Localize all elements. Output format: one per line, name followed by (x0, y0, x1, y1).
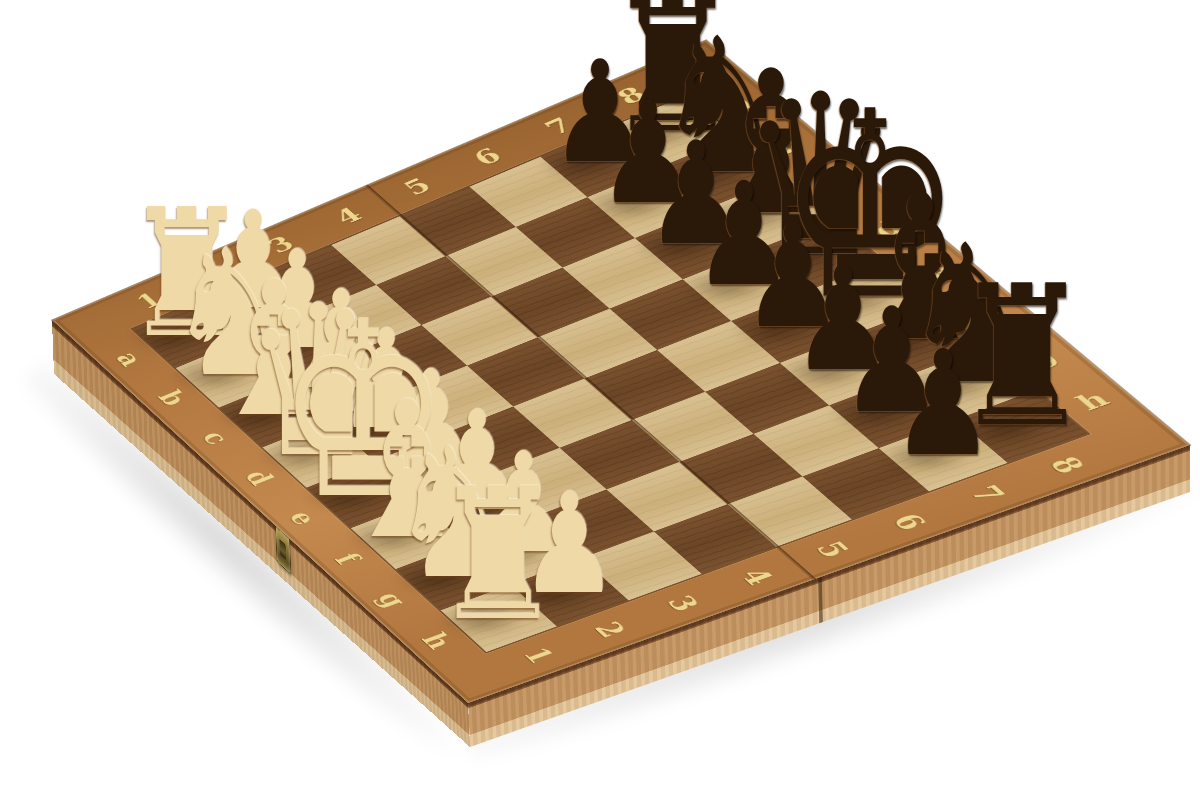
board-surface: 88aa77bb66cc55dd44ee33ff22gg11hh (52, 40, 1190, 703)
scene: 88aa77bb66cc55dd44ee33ff22gg11hh ♜♟♞♟♝♟♛… (0, 0, 1200, 788)
fold-seam-side (818, 577, 823, 624)
